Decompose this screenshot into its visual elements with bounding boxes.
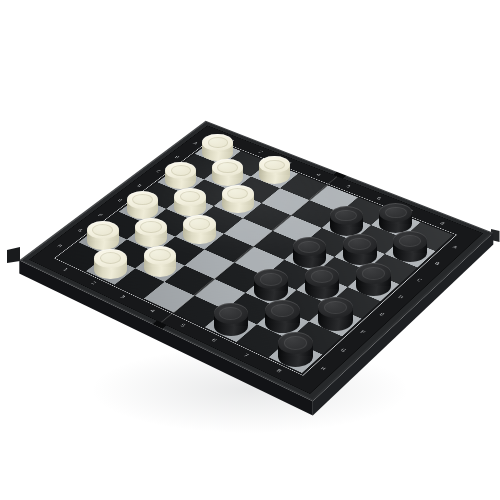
product-photo-scene: HHGGFFEEDDCCBBAA1122334455667788 [0, 0, 500, 500]
latch-tab-left [7, 247, 20, 263]
